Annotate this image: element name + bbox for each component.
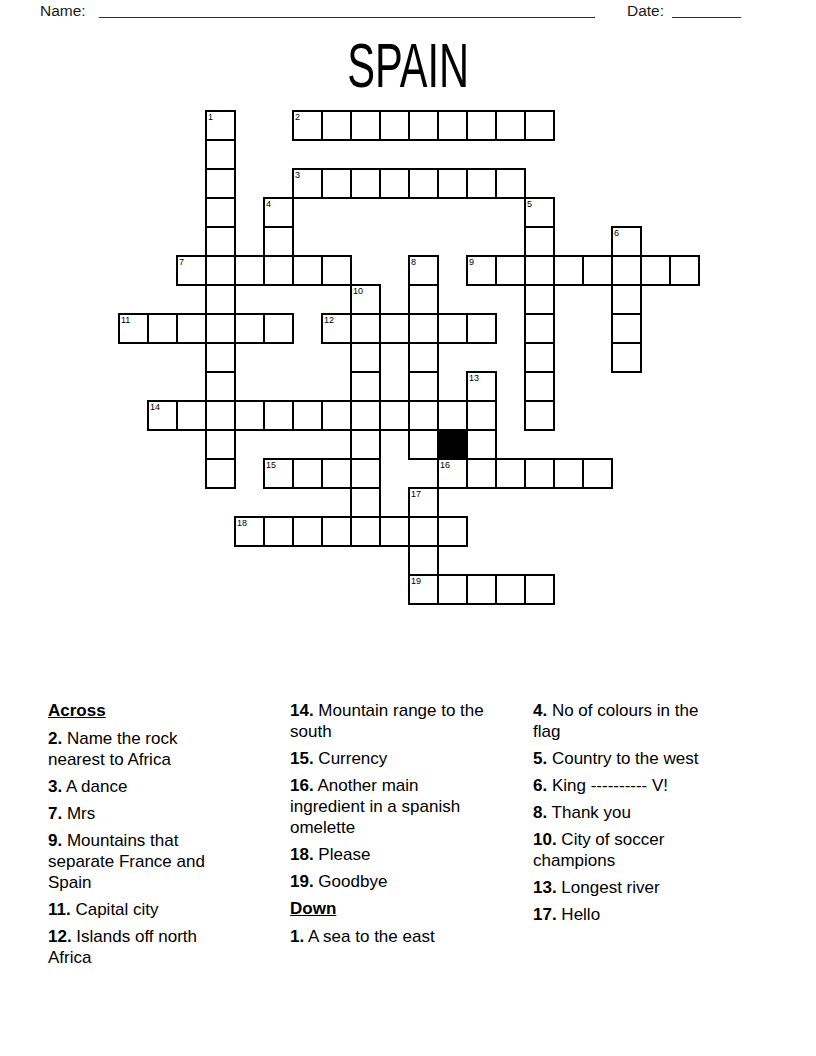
- cell-r7c1: [147, 313, 178, 344]
- cell-r9c8: [350, 371, 381, 402]
- clue-number-12: 12: [324, 315, 334, 325]
- cell-r14c8: [350, 516, 381, 547]
- cell-r8c17: [611, 342, 642, 373]
- clue-number-7: 7: [179, 257, 184, 267]
- cell-r7c7: 12: [321, 313, 352, 344]
- cell-r10c12: [466, 400, 497, 431]
- cell-r2c11: [437, 168, 468, 199]
- cell-r5c15: [553, 255, 584, 286]
- clue-column-1: Across2. Name the rock nearest to Africa…: [48, 700, 226, 974]
- cell-r12c7: [321, 458, 352, 489]
- cell-r6c3: [205, 284, 236, 315]
- clue-number-17: 17: [411, 489, 421, 499]
- cell-r12c11: 16: [437, 458, 468, 489]
- cell-r12c6: [292, 458, 323, 489]
- cell-r16c10: 19: [408, 574, 439, 605]
- across-clue-2: 2. Name the rock nearest to Africa: [48, 728, 226, 770]
- across-clue-15: 15. Currency: [290, 748, 490, 769]
- cell-r7c10: [408, 313, 439, 344]
- cell-r7c5: [263, 313, 294, 344]
- cell-r7c17: [611, 313, 642, 344]
- black-cell-r11c11: [437, 429, 468, 460]
- cell-r3c3: [205, 197, 236, 228]
- clue-number-13: 13: [469, 373, 479, 383]
- name-line: [99, 1, 595, 18]
- cell-r6c17: [611, 284, 642, 315]
- cell-r7c12: [466, 313, 497, 344]
- cell-r6c8: 10: [350, 284, 381, 315]
- cell-r5c2: 7: [176, 255, 207, 286]
- cell-r5c4: [234, 255, 265, 286]
- cell-r2c8: [350, 168, 381, 199]
- cell-r0c6: 2: [292, 110, 323, 141]
- cell-r7c14: [524, 313, 555, 344]
- cell-r12c14: [524, 458, 555, 489]
- clue-number-8: 8: [411, 257, 416, 267]
- cell-r9c14: [524, 371, 555, 402]
- crossword-grid: 12345678910111213141516171819: [118, 110, 698, 603]
- date-label: Date:: [627, 2, 664, 20]
- cell-r10c1: 14: [147, 400, 178, 431]
- cell-r14c9: [379, 516, 410, 547]
- down-clue-17: 17. Hello: [533, 904, 711, 925]
- cell-r14c11: [437, 516, 468, 547]
- down-clue-6: 6. King ---------- V!: [533, 775, 711, 796]
- cell-r7c3: [205, 313, 236, 344]
- cell-r0c11: [437, 110, 468, 141]
- clue-number-10: 10: [353, 286, 363, 296]
- cell-r0c13: [495, 110, 526, 141]
- cell-r10c7: [321, 400, 352, 431]
- cell-r12c13: [495, 458, 526, 489]
- cell-r16c14: [524, 574, 555, 605]
- clue-number-6: 6: [614, 228, 619, 238]
- cell-r4c5: [263, 226, 294, 257]
- cell-r14c10: [408, 516, 439, 547]
- down-clue-13: 13. Longest river: [533, 877, 711, 898]
- cell-r10c9: [379, 400, 410, 431]
- cell-r14c7: [321, 516, 352, 547]
- cell-r5c12: 9: [466, 255, 497, 286]
- cell-r8c10: [408, 342, 439, 373]
- cell-r7c4: [234, 313, 265, 344]
- cell-r12c8: [350, 458, 381, 489]
- cell-r5c5: [263, 255, 294, 286]
- cell-r0c7: [321, 110, 352, 141]
- worksheet-title: SPAIN: [347, 34, 469, 97]
- clue-number-4: 4: [266, 199, 271, 209]
- cell-r7c9: [379, 313, 410, 344]
- cell-r14c4: 18: [234, 516, 265, 547]
- clue-column-3: 4. No of colours in the flag5. Country t…: [533, 700, 711, 931]
- cell-r7c2: [176, 313, 207, 344]
- cell-r4c14: [524, 226, 555, 257]
- cell-r2c7: [321, 168, 352, 199]
- cell-r9c3: [205, 371, 236, 402]
- down-clue-1: 1. A sea to the east: [290, 926, 490, 947]
- cell-r2c6: 3: [292, 168, 323, 199]
- clue-number-18: 18: [237, 518, 247, 528]
- across-clue-7: 7. Mrs: [48, 803, 226, 824]
- across-clue-11: 11. Capital city: [48, 899, 226, 920]
- cell-r5c10: 8: [408, 255, 439, 286]
- cell-r0c12: [466, 110, 497, 141]
- date-line: [672, 1, 741, 18]
- across-clue-12: 12. Islands off north Africa: [48, 926, 226, 968]
- cell-r10c10: [408, 400, 439, 431]
- cell-r6c14: [524, 284, 555, 315]
- cell-r10c5: [263, 400, 294, 431]
- cell-r1c3: [205, 139, 236, 170]
- cell-r2c10: [408, 168, 439, 199]
- cell-r8c3: [205, 342, 236, 373]
- cell-r13c10: 17: [408, 487, 439, 518]
- cell-r4c3: [205, 226, 236, 257]
- cell-r9c12: 13: [466, 371, 497, 402]
- cell-r2c9: [379, 168, 410, 199]
- cell-r10c6: [292, 400, 323, 431]
- cell-r11c10: [408, 429, 439, 460]
- cell-r0c9: [379, 110, 410, 141]
- cell-r5c6: [292, 255, 323, 286]
- cell-r8c14: [524, 342, 555, 373]
- title-wrap: SPAIN: [0, 34, 816, 97]
- cell-r15c10: [408, 545, 439, 576]
- clue-number-11: 11: [121, 315, 130, 325]
- cell-r12c5: 15: [263, 458, 294, 489]
- across-clue-18: 18. Please: [290, 844, 490, 865]
- cell-r2c12: [466, 168, 497, 199]
- cell-r16c12: [466, 574, 497, 605]
- cell-r3c5: 4: [263, 197, 294, 228]
- cell-r7c8: [350, 313, 381, 344]
- cell-r16c13: [495, 574, 526, 605]
- clue-number-3: 3: [295, 170, 300, 180]
- clue-number-15: 15: [266, 460, 276, 470]
- cell-r5c19: [669, 255, 700, 286]
- cell-r8c8: [350, 342, 381, 373]
- clue-number-14: 14: [150, 402, 160, 412]
- clue-number-19: 19: [411, 576, 421, 586]
- cell-r0c8: [350, 110, 381, 141]
- cell-r10c11: [437, 400, 468, 431]
- cell-r4c17: 6: [611, 226, 642, 257]
- cell-r12c15: [553, 458, 584, 489]
- cell-r5c14: [524, 255, 555, 286]
- cell-r2c13: [495, 168, 526, 199]
- down-clue-4: 4. No of colours in the flag: [533, 700, 711, 742]
- cell-r12c16: [582, 458, 613, 489]
- down-heading: Down: [290, 898, 490, 919]
- down-clue-5: 5. Country to the west: [533, 748, 711, 769]
- cell-r0c14: [524, 110, 555, 141]
- cell-r5c18: [640, 255, 671, 286]
- cell-r11c12: [466, 429, 497, 460]
- clue-number-2: 2: [295, 112, 300, 122]
- cell-r10c8: [350, 400, 381, 431]
- cell-r16c11: [437, 574, 468, 605]
- cell-r2c3: [205, 168, 236, 199]
- cell-r14c6: [292, 516, 323, 547]
- across-clue-16: 16. Another main ingredient in a spanish…: [290, 775, 490, 838]
- cell-r12c3: [205, 458, 236, 489]
- cell-r13c8: [350, 487, 381, 518]
- down-clue-8: 8. Thank you: [533, 802, 711, 823]
- cell-r10c14: [524, 400, 555, 431]
- cell-r5c3: [205, 255, 236, 286]
- cell-r5c7: [321, 255, 352, 286]
- cell-r3c14: 5: [524, 197, 555, 228]
- clue-number-1: 1: [208, 112, 213, 122]
- down-clue-10: 10. City of soccer champions: [533, 829, 711, 871]
- cell-r11c8: [350, 429, 381, 460]
- cell-r0c10: [408, 110, 439, 141]
- cell-r5c13: [495, 255, 526, 286]
- clue-number-16: 16: [440, 460, 450, 470]
- across-heading: Across: [48, 700, 226, 721]
- across-clue-9: 9. Mountains that separate France and Sp…: [48, 830, 226, 893]
- across-clue-19: 19. Goodbye: [290, 871, 490, 892]
- cell-r10c2: [176, 400, 207, 431]
- across-clue-3: 3. A dance: [48, 776, 226, 797]
- clue-number-9: 9: [469, 257, 474, 267]
- clue-column-2: 14. Mountain range to the south15. Curre…: [290, 700, 490, 953]
- cell-r0c3: 1: [205, 110, 236, 141]
- cell-r10c4: [234, 400, 265, 431]
- cell-r7c11: [437, 313, 468, 344]
- cell-r7c0: 11: [118, 313, 149, 344]
- clue-number-5: 5: [527, 199, 532, 209]
- cell-r5c16: [582, 255, 613, 286]
- cell-r9c10: [408, 371, 439, 402]
- cell-r6c10: [408, 284, 439, 315]
- cell-r12c12: [466, 458, 497, 489]
- cell-r10c3: [205, 400, 236, 431]
- cell-r5c17: [611, 255, 642, 286]
- cell-r14c5: [263, 516, 294, 547]
- name-label: Name:: [40, 2, 86, 20]
- across-clue-14: 14. Mountain range to the south: [290, 700, 490, 742]
- cell-r11c3: [205, 429, 236, 460]
